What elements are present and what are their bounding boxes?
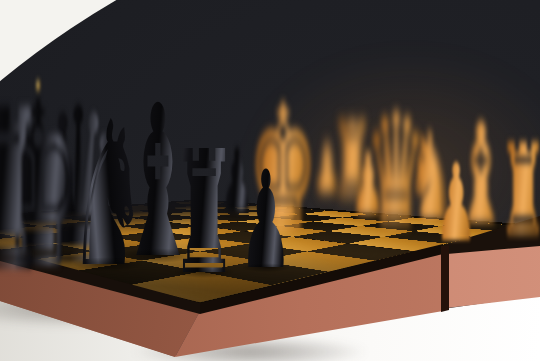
photo-chess-scene: абвгдежз 12345678 ♜♚♛♞♝♜♟♟♚♟♜♟♛♞♟♝♜ xyxy=(0,0,540,361)
